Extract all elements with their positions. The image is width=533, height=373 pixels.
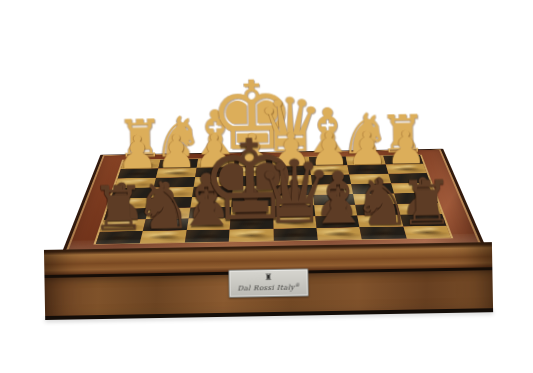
brand-plate: ♜ Dal Rossi Italy® [228, 268, 308, 297]
brand-plate-text: Dal Rossi Italy® [237, 283, 300, 293]
brand-name: Dal Rossi Italy [237, 284, 294, 293]
registered-mark: ® [295, 282, 301, 288]
chess-board: ♜♞♝♚♛♝♞♜♟♟♟♟♟♟♟♟♟♟♟♟♟♟♟♟♜♞♝♚♛♝♞♜ [62, 149, 486, 254]
chess-box-composition: ♜♞♝♚♛♝♞♜♟♟♟♟♟♟♟♟♟♟♟♟♟♟♟♟♜♞♝♚♛♝♞♜ ♜ Dal R… [0, 0, 533, 373]
square-a8: ♜ [403, 226, 451, 239]
box-base-front: ♜ Dal Rossi Italy® [44, 270, 493, 316]
board-grid: ♜♞♝♚♛♝♞♜♟♟♟♟♟♟♟♟♟♟♟♟♟♟♟♟♜♞♝♚♛♝♞♜ [93, 155, 453, 245]
chess-box-body: ♜ Dal Rossi Italy® [44, 242, 493, 320]
piece-black-rook: ♜ [399, 172, 455, 234]
chess-set-photo: ♜♞♝♚♛♝♞♜♟♟♟♟♟♟♟♟♟♟♟♟♟♟♟♟♜♞♝♚♛♝♞♜ ♜ Dal R… [0, 0, 533, 373]
chess-piece-logo-icon: ♜ [264, 273, 272, 282]
